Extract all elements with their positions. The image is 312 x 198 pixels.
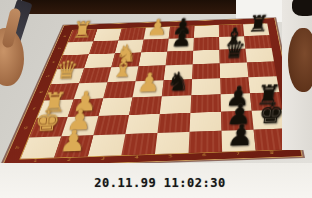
square-c7: ♛: [219, 49, 246, 64]
coord-label-4: 4: [119, 153, 154, 161]
square-g4: [125, 114, 159, 134]
camera-timestamp: 20.11.99 11:02:30: [4, 176, 312, 190]
square-h3: [88, 134, 126, 156]
square-a4: ♟: [144, 27, 171, 40]
square-f5: [160, 95, 191, 114]
square-b5: ♟: [167, 38, 194, 52]
square-a8: ♜: [243, 23, 269, 36]
chess-game-photo: ♜♟♟♜♟♝♞♛♛♝♟♞♜♟♟♜♚♟♟♚♟♟ 12345678 abcdefgh…: [0, 0, 312, 198]
square-b6: [193, 37, 219, 51]
square-c8: [245, 48, 273, 63]
square-c6: [193, 50, 220, 65]
square-f6: [190, 94, 221, 113]
square-f8: ♜: [250, 92, 282, 110]
coord-label-3: 3: [85, 155, 120, 163]
player-hand-left: [0, 6, 34, 98]
square-c5: [166, 51, 194, 66]
square-h2: ♟: [54, 135, 93, 157]
square-c3: ♞: [111, 52, 141, 67]
square-g2: ♟: [61, 116, 98, 136]
square-d4: [136, 65, 166, 81]
square-g7: ♟: [221, 111, 254, 131]
square-b4: [141, 39, 169, 53]
square-d7: [220, 63, 249, 79]
square-e5: ♞: [162, 79, 192, 96]
square-f4: [129, 96, 162, 115]
square-h7: ♟: [222, 130, 256, 152]
dark-background-strip: [22, 0, 238, 14]
square-a6: [194, 25, 219, 38]
square-d5: [164, 64, 193, 80]
square-h5: [155, 132, 190, 154]
square-d3: ♝: [107, 66, 138, 82]
square-e3: [103, 81, 135, 98]
coord-label-6: 6: [187, 151, 221, 159]
square-c2: [84, 53, 115, 68]
square-a7: [219, 24, 244, 37]
square-b2: [89, 41, 119, 55]
square-d6: [192, 63, 220, 79]
square-d2: [79, 67, 111, 83]
square-g3: [93, 115, 129, 135]
square-f3: [98, 97, 132, 116]
arm-shadow: [292, 0, 312, 16]
coord-label-7: 7: [221, 150, 255, 158]
square-b7: ♝: [219, 36, 245, 50]
square-e8: [248, 76, 279, 93]
coord-label-5: 5: [153, 152, 187, 160]
square-c4: [138, 52, 167, 67]
square-e7: [220, 77, 250, 94]
square-g8: ♚: [252, 110, 286, 130]
square-d8: [247, 62, 277, 78]
square-e6: [191, 78, 220, 95]
square-h6: [189, 131, 223, 153]
square-a2: [93, 29, 121, 42]
square-f7: ♟: [221, 93, 252, 111]
square-a3: [118, 28, 145, 41]
square-a5: ♟: [169, 26, 195, 39]
player-arm-right: [282, 0, 312, 150]
square-e4: ♟: [132, 80, 163, 97]
square-f1: ♜: [37, 99, 74, 118]
square-b8: [244, 35, 271, 49]
square-g5: [157, 113, 190, 133]
square-h4: [121, 133, 157, 155]
player-hand-right: [288, 28, 312, 92]
square-b3: [115, 40, 144, 54]
square-g6: [190, 112, 222, 132]
